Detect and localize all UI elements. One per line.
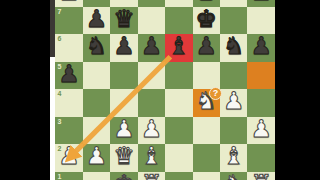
- rank-label-7: 7: [57, 8, 61, 15]
- square-e5[interactable]: [165, 62, 192, 89]
- square-g3[interactable]: [220, 117, 247, 144]
- square-b7[interactable]: ♟: [83, 7, 110, 34]
- square-g7[interactable]: [220, 7, 247, 34]
- square-a6[interactable]: 6: [55, 34, 82, 61]
- square-e2[interactable]: [165, 144, 192, 171]
- piece-black-pawn-h6[interactable]: ♟: [250, 33, 272, 60]
- square-f7[interactable]: ♚: [193, 7, 220, 34]
- piece-black-knight-b6[interactable]: ♞: [86, 33, 108, 60]
- square-e4[interactable]: [165, 89, 192, 116]
- square-c5[interactable]: [110, 62, 137, 89]
- square-b6[interactable]: ♞: [83, 34, 110, 61]
- rank-label-3: 3: [57, 118, 61, 125]
- piece-black-pawn-d6[interactable]: ♟: [141, 33, 163, 60]
- piece-black-pawn-c6[interactable]: ♟: [113, 33, 135, 60]
- piece-white-pawn-b2[interactable]: ♟: [86, 143, 108, 170]
- piece-black-king-f7[interactable]: ♚: [196, 6, 218, 33]
- square-g2[interactable]: ♝: [220, 144, 247, 171]
- square-g6[interactable]: ♞: [220, 34, 247, 61]
- square-g1[interactable]: ♞: [220, 172, 247, 180]
- rank-label-6: 6: [57, 35, 61, 42]
- piece-white-bishop-g2[interactable]: ♝: [223, 143, 245, 170]
- square-d1[interactable]: ♜: [138, 172, 165, 180]
- rank-label-1: 1: [57, 173, 61, 180]
- rank-label-4: 4: [57, 90, 61, 97]
- piece-white-king-c1[interactable]: ♚: [113, 171, 135, 180]
- square-e7[interactable]: [165, 7, 192, 34]
- piece-black-rook-h8[interactable]: ♜: [250, 0, 272, 6]
- square-c3[interactable]: ♟: [110, 117, 137, 144]
- square-d7[interactable]: [138, 7, 165, 34]
- square-a3[interactable]: 3: [55, 117, 82, 144]
- square-a5[interactable]: 5♟: [55, 62, 82, 89]
- square-a7[interactable]: 7: [55, 7, 82, 34]
- square-b5[interactable]: [83, 62, 110, 89]
- piece-black-rook-a8[interactable]: ♜: [58, 0, 80, 6]
- square-a2[interactable]: 2♟: [55, 144, 82, 171]
- square-h4[interactable]: [247, 89, 274, 116]
- square-f3[interactable]: [193, 117, 220, 144]
- piece-black-knight-g6[interactable]: ♞: [223, 33, 245, 60]
- square-f2[interactable]: [193, 144, 220, 171]
- square-f5[interactable]: [193, 62, 220, 89]
- square-b4[interactable]: [83, 89, 110, 116]
- square-c2[interactable]: ♛: [110, 144, 137, 171]
- square-h1[interactable]: ♜: [247, 172, 274, 180]
- square-c4[interactable]: [110, 89, 137, 116]
- square-c7[interactable]: ♛: [110, 7, 137, 34]
- square-d2[interactable]: ♝: [138, 144, 165, 171]
- piece-black-pawn-a5[interactable]: ♟: [58, 61, 80, 88]
- square-d4[interactable]: [138, 89, 165, 116]
- square-e3[interactable]: [165, 117, 192, 144]
- piece-white-pawn-g4[interactable]: ♟: [223, 88, 245, 115]
- square-h8[interactable]: ♜: [247, 0, 274, 7]
- square-d5[interactable]: [138, 62, 165, 89]
- square-c1[interactable]: ♚: [110, 172, 137, 180]
- piece-white-rook-h1[interactable]: ♜: [250, 171, 272, 180]
- piece-white-pawn-h3[interactable]: ♟: [250, 116, 272, 143]
- square-a4[interactable]: 4: [55, 89, 82, 116]
- square-a8[interactable]: ♜: [55, 0, 82, 7]
- piece-black-queen-c7[interactable]: ♛: [113, 6, 135, 33]
- piece-white-pawn-d3[interactable]: ♟: [141, 116, 163, 143]
- piece-white-rook-d1[interactable]: ♜: [141, 171, 163, 180]
- piece-white-pawn-c3[interactable]: ♟: [113, 116, 135, 143]
- square-d3[interactable]: ♟: [138, 117, 165, 144]
- square-e6[interactable]: ♝: [165, 34, 192, 61]
- square-d6[interactable]: ♟: [138, 34, 165, 61]
- square-e8[interactable]: [165, 0, 192, 7]
- square-b2[interactable]: ♟: [83, 144, 110, 171]
- square-g4[interactable]: ♟: [220, 89, 247, 116]
- square-f6[interactable]: ♟: [193, 34, 220, 61]
- square-h2[interactable]: [247, 144, 274, 171]
- piece-white-pawn-a2[interactable]: ♟: [58, 143, 80, 170]
- square-c6[interactable]: ♟: [110, 34, 137, 61]
- square-h5[interactable]: [247, 62, 274, 89]
- square-g8[interactable]: [220, 0, 247, 7]
- square-d8[interactable]: [138, 0, 165, 7]
- square-h3[interactable]: ♟: [247, 117, 274, 144]
- piece-white-queen-c2[interactable]: ♛: [113, 143, 135, 170]
- piece-black-pawn-b7[interactable]: ♟: [86, 6, 108, 33]
- square-e1[interactable]: [165, 172, 192, 180]
- piece-white-bishop-d2[interactable]: ♝: [141, 143, 163, 170]
- square-f1[interactable]: [193, 172, 220, 180]
- square-h7[interactable]: [247, 7, 274, 34]
- piece-white-knight-g1[interactable]: ♞: [223, 171, 245, 180]
- square-b3[interactable]: [83, 117, 110, 144]
- analysis-screen: ♜♝♜7♟♛♚6♞♟♟♝♟♞♟5♟4♞♟3♟♟♟2♟♟♛♝♝1♚♜♞♜?: [0, 0, 320, 180]
- square-g5[interactable]: [220, 62, 247, 89]
- chess-board: ♜♝♜7♟♛♚6♞♟♟♝♟♞♟5♟4♞♟3♟♟♟2♟♟♛♝♝1♚♜♞♜?: [55, 0, 275, 180]
- piece-black-pawn-f6[interactable]: ♟: [196, 33, 218, 60]
- square-a1[interactable]: 1: [55, 172, 82, 180]
- square-b1[interactable]: [83, 172, 110, 180]
- square-h6[interactable]: ♟: [247, 34, 274, 61]
- piece-black-bishop-e6[interactable]: ♝: [168, 33, 190, 60]
